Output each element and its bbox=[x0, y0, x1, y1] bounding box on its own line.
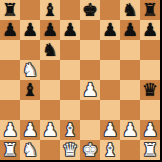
square-c1[interactable] bbox=[40, 140, 60, 160]
square-h7[interactable]: ♟ bbox=[140, 20, 160, 40]
square-c3[interactable] bbox=[40, 100, 60, 120]
square-e8[interactable]: ♚ bbox=[80, 0, 100, 20]
square-g5[interactable] bbox=[120, 60, 140, 80]
square-e2[interactable] bbox=[80, 120, 100, 140]
board-canvas: ♜♝♚♞♜♟♟♟♟♟♟♟♞♞♝♟♛♟♟♟♝♟♟♟♜♞♛♚♝♜ bbox=[0, 0, 162, 162]
square-b4[interactable]: ♝ bbox=[20, 80, 40, 100]
square-d8[interactable] bbox=[60, 0, 80, 20]
square-a3[interactable] bbox=[0, 100, 20, 120]
white-bishop[interactable]: ♝ bbox=[102, 140, 118, 160]
square-h4[interactable]: ♛ bbox=[140, 80, 160, 100]
square-h8[interactable]: ♜ bbox=[140, 0, 160, 20]
square-f6[interactable] bbox=[100, 40, 120, 60]
square-b3[interactable] bbox=[20, 100, 40, 120]
square-a5[interactable] bbox=[0, 60, 20, 80]
square-d5[interactable] bbox=[60, 60, 80, 80]
black-pawn[interactable]: ♟ bbox=[122, 20, 138, 40]
white-pawn[interactable]: ♟ bbox=[82, 80, 98, 100]
square-g1[interactable] bbox=[120, 140, 140, 160]
white-knight[interactable]: ♞ bbox=[22, 60, 38, 80]
chess-board: ♜♝♚♞♜♟♟♟♟♟♟♟♞♞♝♟♛♟♟♟♝♟♟♟♜♞♛♚♝♜ bbox=[0, 0, 160, 160]
square-h3[interactable] bbox=[140, 100, 160, 120]
square-a7[interactable]: ♟ bbox=[0, 20, 20, 40]
square-f3[interactable] bbox=[100, 100, 120, 120]
square-b2[interactable]: ♟ bbox=[20, 120, 40, 140]
square-g2[interactable]: ♟ bbox=[120, 120, 140, 140]
square-c4[interactable] bbox=[40, 80, 60, 100]
square-f2[interactable]: ♟ bbox=[100, 120, 120, 140]
square-a6[interactable] bbox=[0, 40, 20, 60]
square-c7[interactable]: ♟ bbox=[40, 20, 60, 40]
square-h5[interactable] bbox=[140, 60, 160, 80]
square-f8[interactable] bbox=[100, 0, 120, 20]
square-g6[interactable] bbox=[120, 40, 140, 60]
square-f7[interactable]: ♟ bbox=[100, 20, 120, 40]
square-a2[interactable]: ♟ bbox=[0, 120, 20, 140]
black-pawn[interactable]: ♟ bbox=[142, 20, 158, 40]
black-bishop[interactable]: ♝ bbox=[42, 0, 58, 20]
square-h2[interactable]: ♟ bbox=[140, 120, 160, 140]
square-b8[interactable] bbox=[20, 0, 40, 20]
white-pawn[interactable]: ♟ bbox=[42, 120, 58, 140]
black-knight[interactable]: ♞ bbox=[122, 0, 138, 20]
square-b5[interactable]: ♞ bbox=[20, 60, 40, 80]
black-rook[interactable]: ♜ bbox=[142, 0, 158, 20]
white-pawn[interactable]: ♟ bbox=[142, 120, 158, 140]
square-g8[interactable]: ♞ bbox=[120, 0, 140, 20]
square-b1[interactable]: ♞ bbox=[20, 140, 40, 160]
square-a1[interactable]: ♜ bbox=[0, 140, 20, 160]
square-d6[interactable] bbox=[60, 40, 80, 60]
white-king[interactable]: ♚ bbox=[82, 140, 98, 160]
white-pawn[interactable]: ♟ bbox=[22, 120, 38, 140]
square-e7[interactable] bbox=[80, 20, 100, 40]
square-g7[interactable]: ♟ bbox=[120, 20, 140, 40]
black-pawn[interactable]: ♟ bbox=[2, 20, 18, 40]
square-a8[interactable]: ♜ bbox=[0, 0, 20, 20]
black-king[interactable]: ♚ bbox=[82, 0, 98, 20]
black-pawn[interactable]: ♟ bbox=[102, 20, 118, 40]
white-pawn[interactable]: ♟ bbox=[102, 120, 118, 140]
square-h1[interactable]: ♜ bbox=[140, 140, 160, 160]
square-e1[interactable]: ♚ bbox=[80, 140, 100, 160]
square-e4[interactable]: ♟ bbox=[80, 80, 100, 100]
black-rook[interactable]: ♜ bbox=[2, 0, 18, 20]
square-e3[interactable] bbox=[80, 100, 100, 120]
square-c8[interactable]: ♝ bbox=[40, 0, 60, 20]
square-d3[interactable] bbox=[60, 100, 80, 120]
square-e6[interactable] bbox=[80, 40, 100, 60]
black-queen[interactable]: ♛ bbox=[142, 80, 158, 100]
square-d1[interactable]: ♛ bbox=[60, 140, 80, 160]
square-f5[interactable] bbox=[100, 60, 120, 80]
square-b7[interactable]: ♟ bbox=[20, 20, 40, 40]
black-pawn[interactable]: ♟ bbox=[42, 20, 58, 40]
black-knight[interactable]: ♞ bbox=[42, 40, 58, 60]
square-d4[interactable] bbox=[60, 80, 80, 100]
square-c2[interactable]: ♟ bbox=[40, 120, 60, 140]
square-b6[interactable] bbox=[20, 40, 40, 60]
black-pawn[interactable]: ♟ bbox=[62, 20, 78, 40]
white-pawn[interactable]: ♟ bbox=[2, 120, 18, 140]
white-knight[interactable]: ♞ bbox=[22, 140, 38, 160]
square-g3[interactable] bbox=[120, 100, 140, 120]
black-pawn[interactable]: ♟ bbox=[22, 20, 38, 40]
square-c6[interactable]: ♞ bbox=[40, 40, 60, 60]
square-h6[interactable] bbox=[140, 40, 160, 60]
white-rook[interactable]: ♜ bbox=[142, 140, 158, 160]
white-bishop[interactable]: ♝ bbox=[62, 120, 78, 140]
black-bishop[interactable]: ♝ bbox=[22, 80, 38, 100]
square-e5[interactable] bbox=[80, 60, 100, 80]
square-d7[interactable]: ♟ bbox=[60, 20, 80, 40]
white-pawn[interactable]: ♟ bbox=[122, 120, 138, 140]
square-a4[interactable] bbox=[0, 80, 20, 100]
square-d2[interactable]: ♝ bbox=[60, 120, 80, 140]
square-c5[interactable] bbox=[40, 60, 60, 80]
white-rook[interactable]: ♜ bbox=[2, 140, 18, 160]
square-f4[interactable] bbox=[100, 80, 120, 100]
square-f1[interactable]: ♝ bbox=[100, 140, 120, 160]
white-queen[interactable]: ♛ bbox=[62, 140, 78, 160]
square-g4[interactable] bbox=[120, 80, 140, 100]
